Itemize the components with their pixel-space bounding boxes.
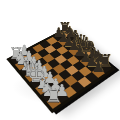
product-photo: ♜♞♝♛♚♝♞♜♟♟♟♟♟♟♟♟♟♟♟♟♟♟♟♟♜♞♝♛♚♝♞♜ <box>0 0 120 120</box>
board-scene <box>0 0 120 120</box>
chess-board <box>6 28 116 113</box>
